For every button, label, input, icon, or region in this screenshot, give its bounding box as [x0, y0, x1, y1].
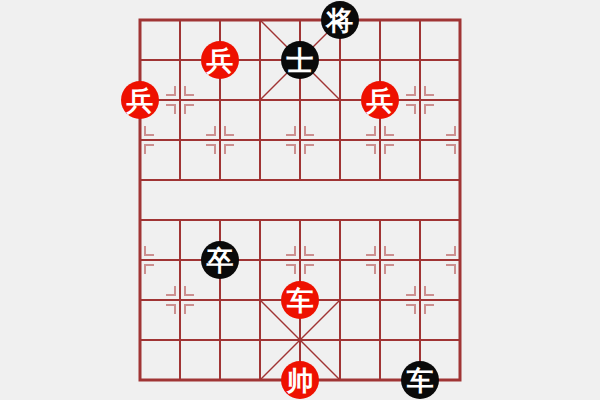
- point-1-2[interactable]: [160, 80, 200, 120]
- point-7-9[interactable]: 车: [400, 360, 440, 400]
- point-4-8[interactable]: [280, 320, 320, 360]
- point-0-7[interactable]: [120, 280, 160, 320]
- point-3-0[interactable]: [240, 0, 280, 40]
- point-0-9[interactable]: [120, 360, 160, 400]
- point-0-5[interactable]: [120, 200, 160, 240]
- point-8-1[interactable]: [440, 40, 480, 80]
- point-6-6[interactable]: [360, 240, 400, 280]
- point-4-4[interactable]: [280, 160, 320, 200]
- point-3-6[interactable]: [240, 240, 280, 280]
- point-7-1[interactable]: [400, 40, 440, 80]
- point-7-0[interactable]: [400, 0, 440, 40]
- point-1-3[interactable]: [160, 120, 200, 160]
- point-4-1[interactable]: 士: [280, 40, 320, 80]
- point-7-8[interactable]: [400, 320, 440, 360]
- point-1-5[interactable]: [160, 200, 200, 240]
- piece-black-advisor[interactable]: 士: [281, 41, 319, 79]
- xiangqi-screenshot: 将兵士兵兵卒车帅车: [0, 0, 600, 400]
- point-4-2[interactable]: [280, 80, 320, 120]
- point-2-8[interactable]: [200, 320, 240, 360]
- point-4-6[interactable]: [280, 240, 320, 280]
- point-7-5[interactable]: [400, 200, 440, 240]
- point-0-1[interactable]: [120, 40, 160, 80]
- point-5-8[interactable]: [320, 320, 360, 360]
- point-5-5[interactable]: [320, 200, 360, 240]
- point-8-5[interactable]: [440, 200, 480, 240]
- point-8-2[interactable]: [440, 80, 480, 120]
- piece-red-soldier[interactable]: 兵: [121, 81, 159, 119]
- point-0-2[interactable]: 兵: [120, 80, 160, 120]
- piece-red-general[interactable]: 帅: [281, 361, 319, 399]
- point-3-3[interactable]: [240, 120, 280, 160]
- point-6-4[interactable]: [360, 160, 400, 200]
- point-8-6[interactable]: [440, 240, 480, 280]
- point-6-9[interactable]: [360, 360, 400, 400]
- point-5-7[interactable]: [320, 280, 360, 320]
- point-7-3[interactable]: [400, 120, 440, 160]
- point-6-0[interactable]: [360, 0, 400, 40]
- point-1-0[interactable]: [160, 0, 200, 40]
- point-3-1[interactable]: [240, 40, 280, 80]
- point-0-6[interactable]: [120, 240, 160, 280]
- point-4-7[interactable]: 车: [280, 280, 320, 320]
- point-6-2[interactable]: 兵: [360, 80, 400, 120]
- point-3-2[interactable]: [240, 80, 280, 120]
- point-5-4[interactable]: [320, 160, 360, 200]
- point-1-8[interactable]: [160, 320, 200, 360]
- point-0-8[interactable]: [120, 320, 160, 360]
- point-2-5[interactable]: [200, 200, 240, 240]
- piece-black-general[interactable]: 将: [321, 1, 359, 39]
- point-4-9[interactable]: 帅: [280, 360, 320, 400]
- point-1-6[interactable]: [160, 240, 200, 280]
- point-3-8[interactable]: [240, 320, 280, 360]
- point-2-2[interactable]: [200, 80, 240, 120]
- point-6-3[interactable]: [360, 120, 400, 160]
- point-0-3[interactable]: [120, 120, 160, 160]
- point-8-3[interactable]: [440, 120, 480, 160]
- point-4-0[interactable]: [280, 0, 320, 40]
- xiangqi-board: 将兵士兵兵卒车帅车: [120, 0, 480, 400]
- piece-black-soldier[interactable]: 卒: [201, 241, 239, 279]
- point-8-7[interactable]: [440, 280, 480, 320]
- point-6-1[interactable]: [360, 40, 400, 80]
- point-2-4[interactable]: [200, 160, 240, 200]
- point-5-3[interactable]: [320, 120, 360, 160]
- point-0-4[interactable]: [120, 160, 160, 200]
- point-2-1[interactable]: 兵: [200, 40, 240, 80]
- piece-red-soldier[interactable]: 兵: [201, 41, 239, 79]
- point-1-9[interactable]: [160, 360, 200, 400]
- point-4-5[interactable]: [280, 200, 320, 240]
- point-2-9[interactable]: [200, 360, 240, 400]
- point-2-3[interactable]: [200, 120, 240, 160]
- point-2-0[interactable]: [200, 0, 240, 40]
- point-0-0[interactable]: [120, 0, 160, 40]
- point-1-1[interactable]: [160, 40, 200, 80]
- point-2-6[interactable]: 卒: [200, 240, 240, 280]
- point-4-3[interactable]: [280, 120, 320, 160]
- piece-red-chariot[interactable]: 车: [281, 281, 319, 319]
- point-7-6[interactable]: [400, 240, 440, 280]
- piece-black-chariot[interactable]: 车: [401, 361, 439, 399]
- point-8-8[interactable]: [440, 320, 480, 360]
- point-8-9[interactable]: [440, 360, 480, 400]
- point-5-2[interactable]: [320, 80, 360, 120]
- point-3-5[interactable]: [240, 200, 280, 240]
- point-7-7[interactable]: [400, 280, 440, 320]
- point-3-4[interactable]: [240, 160, 280, 200]
- point-5-6[interactable]: [320, 240, 360, 280]
- point-6-7[interactable]: [360, 280, 400, 320]
- point-1-7[interactable]: [160, 280, 200, 320]
- point-3-9[interactable]: [240, 360, 280, 400]
- point-5-9[interactable]: [320, 360, 360, 400]
- point-5-0[interactable]: 将: [320, 0, 360, 40]
- point-1-4[interactable]: [160, 160, 200, 200]
- point-7-4[interactable]: [400, 160, 440, 200]
- point-8-4[interactable]: [440, 160, 480, 200]
- piece-red-soldier[interactable]: 兵: [361, 81, 399, 119]
- point-6-8[interactable]: [360, 320, 400, 360]
- point-8-0[interactable]: [440, 0, 480, 40]
- point-2-7[interactable]: [200, 280, 240, 320]
- point-3-7[interactable]: [240, 280, 280, 320]
- point-6-5[interactable]: [360, 200, 400, 240]
- point-7-2[interactable]: [400, 80, 440, 120]
- point-5-1[interactable]: [320, 40, 360, 80]
